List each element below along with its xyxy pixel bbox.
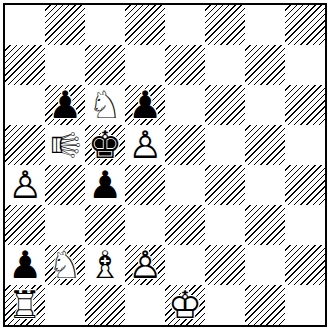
square-c7[interactable] bbox=[85, 45, 125, 85]
square-g2[interactable] bbox=[245, 245, 285, 285]
square-d3[interactable] bbox=[125, 205, 165, 245]
chess-board: ♟♟♞♘♟♟♛♕♚♚♟♙♟♙♟♟♟♟♞♘♝♗♟♙♜♖♚♔ bbox=[5, 5, 325, 325]
square-b5[interactable]: ♛♕ bbox=[45, 125, 85, 165]
square-e7[interactable] bbox=[165, 45, 205, 85]
square-a1[interactable]: ♜♖ bbox=[5, 285, 45, 325]
piece-glyph: ♗ bbox=[85, 245, 125, 285]
board-frame: ♟♟♞♘♟♟♛♕♚♚♟♙♟♙♟♟♟♟♞♘♝♗♟♙♜♖♚♔ bbox=[3, 3, 327, 327]
piece-white-bishop-c2: ♝♗ bbox=[85, 245, 125, 285]
piece-glyph: ♘ bbox=[85, 85, 125, 125]
square-e6[interactable] bbox=[165, 85, 205, 125]
square-e5[interactable] bbox=[165, 125, 205, 165]
square-b3[interactable] bbox=[45, 205, 85, 245]
square-h7[interactable] bbox=[285, 45, 325, 85]
square-c6[interactable]: ♞♘ bbox=[85, 85, 125, 125]
square-a5[interactable] bbox=[5, 125, 45, 165]
square-b1[interactable] bbox=[45, 285, 85, 325]
square-a4[interactable]: ♟♙ bbox=[5, 165, 45, 205]
piece-glyph: ♟ bbox=[5, 245, 45, 285]
piece-glyph: ♕ bbox=[45, 125, 85, 165]
square-h6[interactable] bbox=[285, 85, 325, 125]
square-e1[interactable]: ♚♔ bbox=[165, 285, 205, 325]
piece-white-pawn-d2: ♟♙ bbox=[125, 245, 165, 285]
square-d5[interactable]: ♟♙ bbox=[125, 125, 165, 165]
piece-glyph: ♟ bbox=[125, 85, 165, 125]
piece-glyph: ♙ bbox=[125, 245, 165, 285]
piece-white-rook-a1: ♜♖ bbox=[5, 285, 45, 325]
piece-glyph: ♙ bbox=[5, 165, 45, 205]
square-h8[interactable] bbox=[285, 5, 325, 45]
square-h4[interactable] bbox=[285, 165, 325, 205]
square-g5[interactable] bbox=[245, 125, 285, 165]
square-a7[interactable] bbox=[5, 45, 45, 85]
piece-white-knight-b2: ♞♘ bbox=[45, 245, 85, 285]
square-f7[interactable] bbox=[205, 45, 245, 85]
piece-glyph: ♚ bbox=[85, 125, 125, 165]
square-d8[interactable] bbox=[125, 5, 165, 45]
square-e3[interactable] bbox=[165, 205, 205, 245]
square-g8[interactable] bbox=[245, 5, 285, 45]
square-f3[interactable] bbox=[205, 205, 245, 245]
square-g4[interactable] bbox=[245, 165, 285, 205]
square-c5[interactable]: ♚♚ bbox=[85, 125, 125, 165]
square-f2[interactable] bbox=[205, 245, 245, 285]
square-e4[interactable] bbox=[165, 165, 205, 205]
piece-glyph: ♟ bbox=[85, 165, 125, 205]
piece-glyph: ♖ bbox=[5, 285, 45, 325]
square-g1[interactable] bbox=[245, 285, 285, 325]
square-h5[interactable] bbox=[285, 125, 325, 165]
square-a2[interactable]: ♟♟ bbox=[5, 245, 45, 285]
square-b8[interactable] bbox=[45, 5, 85, 45]
piece-white-knight-c6: ♞♘ bbox=[85, 85, 125, 125]
square-d4[interactable] bbox=[125, 165, 165, 205]
square-f1[interactable] bbox=[205, 285, 245, 325]
square-e2[interactable] bbox=[165, 245, 205, 285]
square-c8[interactable] bbox=[85, 5, 125, 45]
square-g6[interactable] bbox=[245, 85, 285, 125]
square-f4[interactable] bbox=[205, 165, 245, 205]
square-h2[interactable] bbox=[285, 245, 325, 285]
piece-glyph: ♔ bbox=[165, 285, 205, 325]
square-f6[interactable] bbox=[205, 85, 245, 125]
square-h3[interactable] bbox=[285, 205, 325, 245]
piece-white-pawn-d5: ♟♙ bbox=[125, 125, 165, 165]
piece-white-pawn-a4: ♟♙ bbox=[5, 165, 45, 205]
square-c2[interactable]: ♝♗ bbox=[85, 245, 125, 285]
square-d6[interactable]: ♟♟ bbox=[125, 85, 165, 125]
square-g3[interactable] bbox=[245, 205, 285, 245]
square-c3[interactable] bbox=[85, 205, 125, 245]
piece-glyph: ♙ bbox=[125, 125, 165, 165]
piece-white-queen-b5: ♛♕ bbox=[45, 125, 85, 165]
square-f8[interactable] bbox=[205, 5, 245, 45]
piece-black-pawn-b6: ♟♟ bbox=[45, 85, 85, 125]
square-d2[interactable]: ♟♙ bbox=[125, 245, 165, 285]
square-g7[interactable] bbox=[245, 45, 285, 85]
piece-white-king-e1: ♚♔ bbox=[165, 285, 205, 325]
square-c1[interactable] bbox=[85, 285, 125, 325]
piece-black-king-c5: ♚♚ bbox=[85, 125, 125, 165]
square-b2[interactable]: ♞♘ bbox=[45, 245, 85, 285]
square-c4[interactable]: ♟♟ bbox=[85, 165, 125, 205]
piece-black-pawn-a2: ♟♟ bbox=[5, 245, 45, 285]
square-b4[interactable] bbox=[45, 165, 85, 205]
square-b6[interactable]: ♟♟ bbox=[45, 85, 85, 125]
square-a6[interactable] bbox=[5, 85, 45, 125]
square-d7[interactable] bbox=[125, 45, 165, 85]
square-h1[interactable] bbox=[285, 285, 325, 325]
square-b7[interactable] bbox=[45, 45, 85, 85]
piece-black-pawn-c4: ♟♟ bbox=[85, 165, 125, 205]
square-f5[interactable] bbox=[205, 125, 245, 165]
square-e8[interactable] bbox=[165, 5, 205, 45]
piece-black-pawn-d6: ♟♟ bbox=[125, 85, 165, 125]
square-a8[interactable] bbox=[5, 5, 45, 45]
piece-glyph: ♘ bbox=[45, 245, 85, 285]
chess-diagram: ♟♟♞♘♟♟♛♕♚♚♟♙♟♙♟♟♟♟♞♘♝♗♟♙♜♖♚♔ bbox=[0, 0, 332, 332]
square-a3[interactable] bbox=[5, 205, 45, 245]
square-d1[interactable] bbox=[125, 285, 165, 325]
piece-glyph: ♟ bbox=[45, 85, 85, 125]
